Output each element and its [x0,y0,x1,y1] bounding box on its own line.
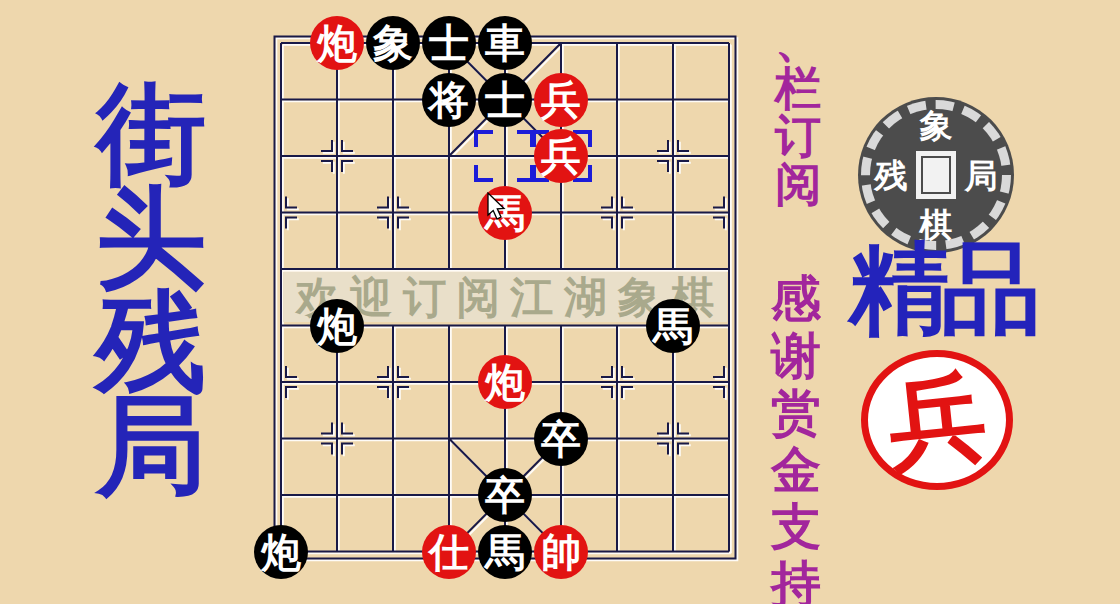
mouse-cursor-icon [487,192,507,220]
piece-red-炮[interactable]: 炮 [478,355,532,409]
stamp-char-right: 局 [961,159,1001,192]
piece-red-帥[interactable]: 帥 [534,525,588,579]
stamp-square-hole [916,151,956,199]
thanks-text-column: 感谢赏金支持 [767,270,825,604]
stamp-char-left: 残 [871,159,911,192]
soldier-badge: 兵 [861,350,1013,490]
soldier-badge-char: 兵 [883,366,991,474]
piece-red-兵[interactable]: 兵 [534,129,588,183]
piece-black-馬[interactable]: 馬 [478,525,532,579]
piece-black-将[interactable]: 将 [422,73,476,127]
piece-red-仕[interactable]: 仕 [422,525,476,579]
piece-red-兵[interactable]: 兵 [534,73,588,127]
premium-label: 精品 [849,238,1033,338]
piece-black-馬[interactable]: 馬 [646,299,700,353]
piece-black-象[interactable]: 象 [366,16,420,70]
piece-black-士[interactable]: 士 [478,73,532,127]
piece-red-炮[interactable]: 炮 [310,16,364,70]
piece-black-車[interactable]: 車 [478,16,532,70]
piece-black-士[interactable]: 士 [422,16,476,70]
piece-black-炮[interactable]: 炮 [254,525,308,579]
last-move-marker [474,130,536,182]
scene: 街头残局 欢迎订阅江湖象棋 炮象士車将士兵兵馬炮馬炮卒卒炮仕馬帥 、栏订阅 感谢… [0,0,1120,604]
piece-black-炮[interactable]: 炮 [310,299,364,353]
piece-black-卒[interactable]: 卒 [534,412,588,466]
left-title-banner: 街头残局 [88,84,214,500]
stamp-char-top: 象 [916,109,956,142]
piece-black-卒[interactable]: 卒 [478,468,532,522]
xiangqi-board[interactable]: 欢迎订阅江湖象棋 炮象士車将士兵兵馬炮馬炮卒卒炮仕馬帥 [281,43,729,552]
subscribe-text-column: 、栏订阅 [769,16,827,208]
